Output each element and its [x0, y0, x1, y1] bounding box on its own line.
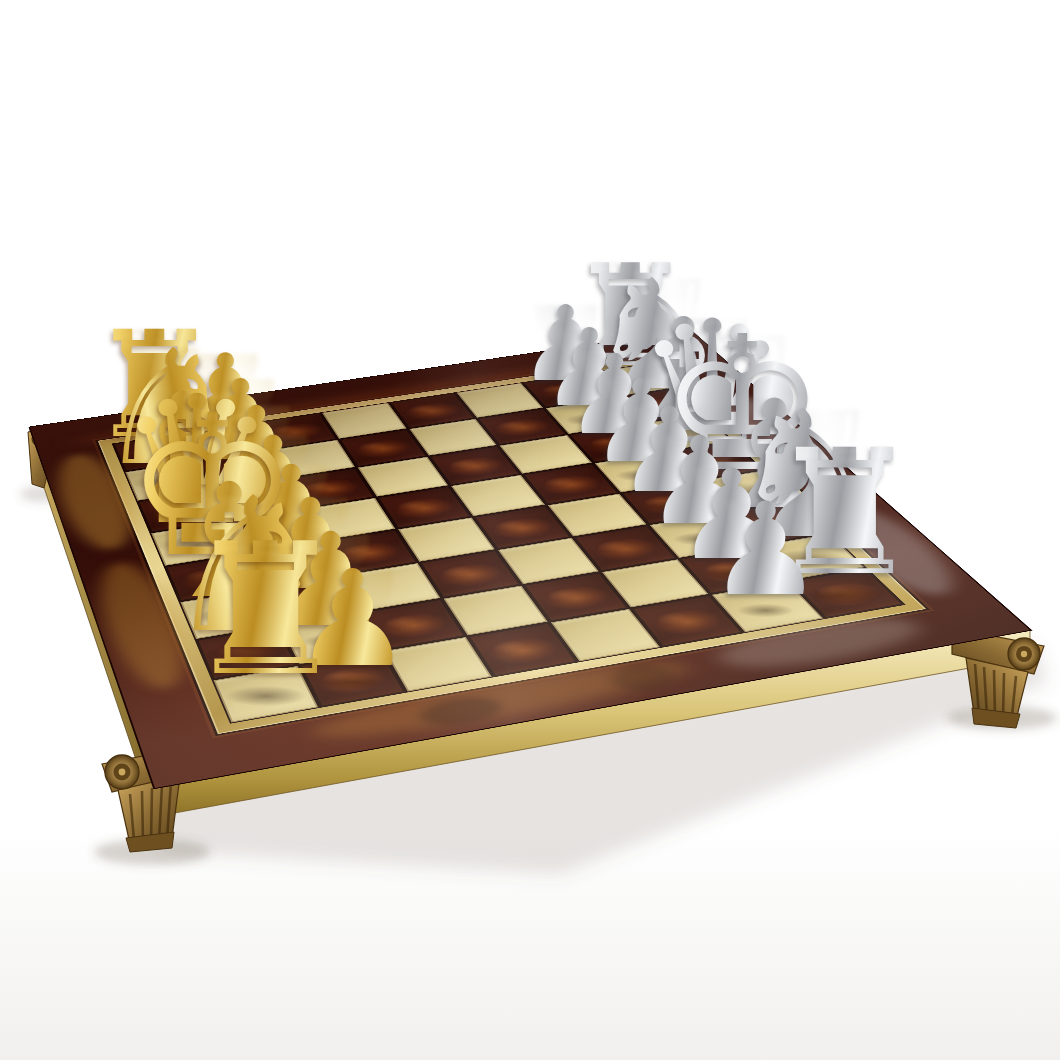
- chess-set-photo: ♜♜♞♞♝♝♛♛♚♚♝♝♞♞♜♜♟♟♟♟♟♟♟♟♟♟♟♟♟♟♟♟♟♟♟♟♟♟♟♟…: [0, 0, 1060, 1060]
- gloss-reflection: [414, 692, 508, 731]
- board-grid: [113, 364, 903, 723]
- corner-foot-right: [952, 628, 1044, 728]
- gloss-reflection: [603, 660, 683, 696]
